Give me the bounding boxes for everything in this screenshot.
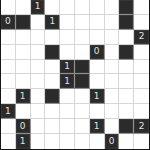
wall-cell-r8c8 bbox=[119, 119, 134, 134]
wall-cell-r6c3 bbox=[45, 89, 60, 104]
empty-cell-r5c3[interactable] bbox=[45, 74, 60, 89]
empty-cell-r8c2[interactable] bbox=[31, 119, 46, 134]
empty-cell-r2c5[interactable] bbox=[75, 30, 90, 45]
clue-number: 0 bbox=[94, 47, 100, 56]
empty-cell-r9c4[interactable] bbox=[60, 134, 75, 149]
empty-cell-r7c5[interactable] bbox=[75, 104, 90, 119]
empty-cell-r4c0[interactable] bbox=[1, 60, 16, 75]
empty-cell-r0c9[interactable] bbox=[134, 0, 149, 15]
empty-cell-r1c6[interactable] bbox=[90, 15, 105, 30]
empty-cell-r0c1[interactable] bbox=[16, 0, 31, 15]
empty-cell-r3c2[interactable] bbox=[31, 45, 46, 60]
empty-cell-r1c7[interactable] bbox=[105, 15, 120, 30]
wall-cell-r0c8 bbox=[119, 0, 134, 15]
clue-cell-r2c9: 2 bbox=[134, 30, 149, 45]
empty-cell-r7c4[interactable] bbox=[60, 104, 75, 119]
empty-cell-r4c1[interactable] bbox=[16, 60, 31, 75]
empty-cell-r3c1[interactable] bbox=[16, 45, 31, 60]
clue-cell-r0c2: 1 bbox=[31, 0, 46, 15]
empty-cell-r2c0[interactable] bbox=[1, 30, 16, 45]
clue-number: 1 bbox=[20, 137, 26, 146]
empty-cell-r9c2[interactable] bbox=[31, 134, 46, 149]
empty-cell-r8c5[interactable] bbox=[75, 119, 90, 134]
empty-cell-r9c9[interactable] bbox=[134, 134, 149, 149]
empty-cell-r4c8[interactable] bbox=[119, 60, 134, 75]
clue-cell-r9c7: 0 bbox=[105, 134, 120, 149]
empty-cell-r4c6[interactable] bbox=[90, 60, 105, 75]
akari-board: 101201111101210 bbox=[0, 0, 150, 150]
empty-cell-r5c6[interactable] bbox=[90, 74, 105, 89]
empty-cell-r3c7[interactable] bbox=[105, 45, 120, 60]
clue-number: 1 bbox=[64, 62, 70, 71]
empty-cell-r7c6[interactable] bbox=[90, 104, 105, 119]
empty-cell-r7c9[interactable] bbox=[134, 104, 149, 119]
empty-cell-r0c3[interactable] bbox=[45, 0, 60, 15]
empty-cell-r7c3[interactable] bbox=[45, 104, 60, 119]
empty-cell-r9c6[interactable] bbox=[90, 134, 105, 149]
empty-cell-r4c2[interactable] bbox=[31, 60, 46, 75]
empty-cell-r3c9[interactable] bbox=[134, 45, 149, 60]
clue-cell-r6c1: 1 bbox=[16, 89, 31, 104]
empty-cell-r6c2[interactable] bbox=[31, 89, 46, 104]
empty-cell-r0c4[interactable] bbox=[60, 0, 75, 15]
clue-cell-r3c6: 0 bbox=[90, 45, 105, 60]
clue-cell-r4c4: 1 bbox=[60, 60, 75, 75]
clue-number: 1 bbox=[94, 92, 100, 101]
wall-cell-r1c1 bbox=[16, 15, 31, 30]
empty-cell-r5c8[interactable] bbox=[119, 74, 134, 89]
empty-cell-r2c3[interactable] bbox=[45, 30, 60, 45]
empty-cell-r6c5[interactable] bbox=[75, 89, 90, 104]
wall-cell-r3c3 bbox=[45, 45, 60, 60]
clue-cell-r6c6: 1 bbox=[90, 89, 105, 104]
clue-number: 0 bbox=[109, 137, 115, 146]
clue-cell-r8c9: 2 bbox=[134, 119, 149, 134]
clue-number: 2 bbox=[139, 32, 145, 41]
empty-cell-r5c0[interactable] bbox=[1, 74, 16, 89]
clue-cell-r8c1: 0 bbox=[16, 119, 31, 134]
clue-number: 0 bbox=[5, 17, 11, 26]
clue-number: 2 bbox=[139, 122, 145, 131]
empty-cell-r7c7[interactable] bbox=[105, 104, 120, 119]
clue-number: 1 bbox=[64, 77, 70, 86]
clue-cell-r8c6: 1 bbox=[90, 119, 105, 134]
clue-number: 1 bbox=[35, 2, 41, 11]
empty-cell-r1c9[interactable] bbox=[134, 15, 149, 30]
empty-cell-r8c4[interactable] bbox=[60, 119, 75, 134]
empty-cell-r0c6[interactable] bbox=[90, 0, 105, 15]
clue-cell-r7c0: 1 bbox=[1, 104, 16, 119]
empty-cell-r3c4[interactable] bbox=[60, 45, 75, 60]
empty-cell-r0c0[interactable] bbox=[1, 0, 16, 15]
wall-cell-r5c5 bbox=[75, 74, 90, 89]
clue-cell-r1c3: 1 bbox=[45, 15, 60, 30]
clue-cell-r5c4: 1 bbox=[60, 74, 75, 89]
clue-number: 1 bbox=[5, 107, 11, 116]
clue-cell-r1c0: 0 bbox=[1, 15, 16, 30]
clue-number: 1 bbox=[94, 122, 100, 131]
empty-cell-r9c5[interactable] bbox=[75, 134, 90, 149]
empty-cell-r2c2[interactable] bbox=[31, 30, 46, 45]
wall-cell-r1c8 bbox=[119, 15, 134, 30]
empty-cell-r3c5[interactable] bbox=[75, 45, 90, 60]
empty-cell-r6c7[interactable] bbox=[105, 89, 120, 104]
empty-cell-r1c2[interactable] bbox=[31, 15, 46, 30]
empty-cell-r5c9[interactable] bbox=[134, 74, 149, 89]
empty-cell-r6c9[interactable] bbox=[134, 89, 149, 104]
empty-cell-r7c2[interactable] bbox=[31, 104, 46, 119]
empty-cell-r6c4[interactable] bbox=[60, 89, 75, 104]
empty-cell-r9c3[interactable] bbox=[45, 134, 60, 149]
empty-cell-r8c0[interactable] bbox=[1, 119, 16, 134]
empty-cell-r7c1[interactable] bbox=[16, 104, 31, 119]
clue-number: 0 bbox=[20, 122, 26, 131]
empty-cell-r3c0[interactable] bbox=[1, 45, 16, 60]
empty-cell-r5c2[interactable] bbox=[31, 74, 46, 89]
empty-cell-r4c7[interactable] bbox=[105, 60, 120, 75]
clue-number: 1 bbox=[20, 92, 26, 101]
empty-cell-r1c4[interactable] bbox=[60, 15, 75, 30]
empty-cell-r4c3[interactable] bbox=[45, 60, 60, 75]
empty-cell-r6c8[interactable] bbox=[119, 89, 134, 104]
clue-number: 1 bbox=[49, 17, 55, 26]
clue-cell-r9c1: 1 bbox=[16, 134, 31, 149]
empty-cell-r8c3[interactable] bbox=[45, 119, 60, 134]
empty-cell-r2c7[interactable] bbox=[105, 30, 120, 45]
empty-cell-r2c8[interactable] bbox=[119, 30, 134, 45]
empty-cell-r2c6[interactable] bbox=[90, 30, 105, 45]
empty-cell-r9c0[interactable] bbox=[1, 134, 16, 149]
empty-cell-r4c9[interactable] bbox=[134, 60, 149, 75]
empty-cell-r0c5[interactable] bbox=[75, 0, 90, 15]
empty-cell-r6c0[interactable] bbox=[1, 89, 16, 104]
wall-cell-r3c8 bbox=[119, 45, 134, 60]
empty-cell-r7c8[interactable] bbox=[119, 104, 134, 119]
empty-cell-r5c7[interactable] bbox=[105, 74, 120, 89]
empty-cell-r2c4[interactable] bbox=[60, 30, 75, 45]
empty-cell-r8c7[interactable] bbox=[105, 119, 120, 134]
empty-cell-r1c5[interactable] bbox=[75, 15, 90, 30]
empty-cell-r9c8[interactable] bbox=[119, 134, 134, 149]
empty-cell-r5c1[interactable] bbox=[16, 74, 31, 89]
wall-cell-r4c5 bbox=[75, 60, 90, 75]
empty-cell-r0c7[interactable] bbox=[105, 0, 120, 15]
empty-cell-r2c1[interactable] bbox=[16, 30, 31, 45]
